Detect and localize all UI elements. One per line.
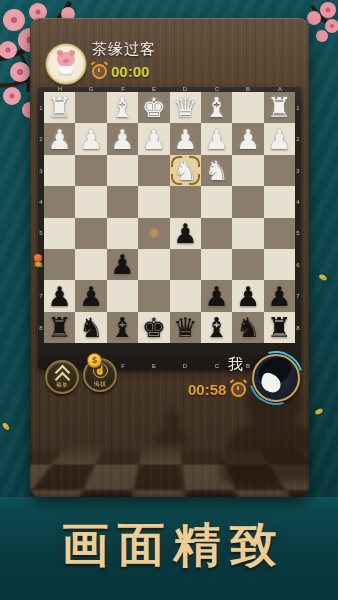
file-label-A: A [278,86,282,92]
rank-label-4: 4 [39,199,42,205]
square-f8[interactable]: ♝ [107,312,138,343]
menu-button[interactable]: 菜单 [45,360,79,394]
rank-label-2: 2 [39,136,42,142]
piece-white-queen-d1[interactable]: ♛ [170,92,201,123]
file-label-H: H [58,86,62,92]
square-h7[interactable]: ♟ [44,280,75,311]
rank-label-1: 1 [39,105,42,111]
square-g8[interactable]: ♞ [75,312,106,343]
square-h3[interactable] [44,155,75,186]
rank-label-1: 1 [296,105,299,111]
square-a1[interactable]: ♜ [264,92,295,123]
piece-white-pawn-g2[interactable]: ♟ [75,123,106,154]
square-c7[interactable]: ♟ [201,280,232,311]
square-f3[interactable] [107,155,138,186]
square-d6[interactable] [170,249,201,280]
rank-label-8: 8 [296,325,299,331]
square-d3-selected[interactable]: ♞ [170,155,201,186]
square-c1[interactable]: ♝ [201,92,232,123]
square-g5[interactable] [75,218,106,249]
square-e5[interactable] [138,218,169,249]
square-h6[interactable] [44,249,75,280]
rank-label-6: 6 [296,262,299,268]
piece-black-bishop-f8[interactable]: ♝ [107,312,138,343]
piece-white-pawn-b2[interactable]: ♟ [232,123,263,154]
square-b6[interactable] [232,249,263,280]
piece-white-pawn-a2[interactable]: ♟ [264,123,295,154]
piece-black-rook-h8[interactable]: ♜ [44,312,75,343]
square-f4[interactable] [107,186,138,217]
square-g3[interactable] [75,155,106,186]
piece-white-knight-c3[interactable]: ♞ [201,155,232,186]
square-b3[interactable] [232,155,263,186]
square-h4[interactable] [44,186,75,217]
square-a5[interactable] [264,218,295,249]
menu-button-label: 菜单 [56,381,68,387]
alarm-clock-icon [92,64,107,79]
phone-frame: ♟ ♟ 茶缘过客 00:00 ♜♝♚♛♝♜♟♟♟♟♟♟♟♟♞♞♟♟♟♟♟♟♟♜♞… [30,18,309,497]
piece-black-pawn-d5[interactable]: ♟ [170,218,201,249]
piece-white-pawn-d2[interactable]: ♟ [170,123,201,154]
square-c3[interactable]: ♞ [201,155,232,186]
board-grid: ♜♝♚♛♝♜♟♟♟♟♟♟♟♟♞♞♟♟♟♟♟♟♟♜♞♝♚♛♝♞♜ [44,92,295,343]
rank-label-7: 7 [296,293,299,299]
square-a3[interactable] [264,155,295,186]
square-g2[interactable]: ♟ [75,123,106,154]
file-label-E: E [152,86,156,92]
piece-black-king-e8[interactable]: ♚ [138,312,169,343]
piece-white-king-e1[interactable]: ♚ [138,92,169,123]
square-d2[interactable]: ♟ [170,123,201,154]
square-f6[interactable]: ♟ [107,249,138,280]
file-label-C: C [215,363,219,369]
piece-white-bishop-c1[interactable]: ♝ [201,92,232,123]
piece-black-pawn-a7[interactable]: ♟ [264,280,295,311]
square-h2[interactable]: ♟ [44,123,75,154]
square-c5[interactable] [201,218,232,249]
square-d7[interactable] [170,280,201,311]
chess-board: ♜♝♚♛♝♜♟♟♟♟♟♟♟♟♞♞♟♟♟♟♟♟♟♜♞♝♚♛♝♞♜ HHGGFFEE… [38,86,301,370]
rank-label-4: 4 [296,199,299,205]
square-d8[interactable]: ♛ [170,312,201,343]
square-c4[interactable] [201,186,232,217]
square-e6[interactable] [138,249,169,280]
pig-character [57,52,75,67]
ladybug-decoration [34,254,42,262]
square-e2[interactable]: ♟ [138,123,169,154]
square-d4[interactable] [170,186,201,217]
file-label-B: B [246,86,250,92]
square-b5[interactable] [232,218,263,249]
square-d1[interactable]: ♛ [170,92,201,123]
promo-caption: 画面精致 [0,514,338,577]
piece-black-pawn-b7[interactable]: ♟ [232,280,263,311]
square-g1[interactable] [75,92,106,123]
rank-label-8: 8 [39,325,42,331]
coin-cost-badge: $ [87,353,102,368]
file-label-F: F [121,363,125,369]
piece-black-pawn-f6[interactable]: ♟ [107,249,138,280]
file-label-E: E [152,363,156,369]
square-b1[interactable] [232,92,263,123]
anime-character [255,354,294,387]
square-a7[interactable]: ♟ [264,280,295,311]
square-a4[interactable] [264,186,295,217]
piece-black-knight-b8[interactable]: ♞ [232,312,263,343]
rank-label-3: 3 [296,168,299,174]
square-d5[interactable]: ♟ [170,218,201,249]
square-b8[interactable]: ♞ [232,312,263,343]
piece-white-pawn-f2[interactable]: ♟ [107,123,138,154]
square-f1[interactable]: ♝ [107,92,138,123]
square-f7[interactable] [107,280,138,311]
file-label-G: G [89,86,94,92]
rank-label-5: 5 [39,230,42,236]
square-e7[interactable] [138,280,169,311]
square-a8[interactable]: ♜ [264,312,295,343]
rank-label-5: 5 [296,230,299,236]
square-c6[interactable] [201,249,232,280]
file-label-D: D [183,363,187,369]
square-h1[interactable]: ♜ [44,92,75,123]
alarm-clock-icon [231,382,246,397]
opponent-name: 茶缘过客 [92,40,156,59]
piece-white-pawn-c2[interactable]: ♟ [201,123,232,154]
my-player-name: 我 [228,355,243,374]
square-a6[interactable] [264,249,295,280]
rank-label-2: 2 [296,136,299,142]
move-hint-dot[interactable] [148,228,159,239]
square-f5[interactable] [107,218,138,249]
piece-black-pawn-c7[interactable]: ♟ [201,280,232,311]
square-g7[interactable]: ♟ [75,280,106,311]
square-e4[interactable] [138,186,169,217]
square-c8[interactable]: ♝ [201,312,232,343]
file-label-D: D [183,86,187,92]
piece-white-rook-h1[interactable]: ♜ [44,92,75,123]
my-avatar[interactable] [252,354,300,402]
piece-white-knight-d3[interactable]: ♞ [170,155,201,186]
blurred-pawn-small: ♟ [148,400,196,454]
piece-white-pawn-h2[interactable]: ♟ [44,123,75,154]
opponent-timer: 00:00 [111,63,149,80]
opponent-avatar[interactable] [46,44,86,84]
file-label-C: C [215,86,219,92]
rank-label-3: 3 [39,168,42,174]
piece-white-pawn-e2[interactable]: ♟ [138,123,169,154]
square-b2[interactable]: ♟ [232,123,263,154]
piece-black-knight-g8[interactable]: ♞ [75,312,106,343]
piece-white-rook-a1[interactable]: ♜ [264,92,295,123]
rank-label-6: 6 [39,262,42,268]
square-h5[interactable] [44,218,75,249]
piece-black-pawn-g7[interactable]: ♟ [75,280,106,311]
square-e8[interactable]: ♚ [138,312,169,343]
square-f2[interactable]: ♟ [107,123,138,154]
square-e3[interactable] [138,155,169,186]
piece-white-bishop-f1[interactable]: ♝ [107,92,138,123]
file-label-F: F [121,86,125,92]
piece-black-rook-a8[interactable]: ♜ [264,312,295,343]
square-c2[interactable]: ♟ [201,123,232,154]
square-e1[interactable]: ♚ [138,92,169,123]
square-h8[interactable]: ♜ [44,312,75,343]
piece-black-bishop-c8[interactable]: ♝ [201,312,232,343]
square-g6[interactable] [75,249,106,280]
piece-black-queen-d8[interactable]: ♛ [170,312,201,343]
rank-label-7: 7 [39,293,42,299]
square-a2[interactable]: ♟ [264,123,295,154]
square-g4[interactable] [75,186,106,217]
my-timer: 00:58 [188,381,226,398]
square-b4[interactable] [232,186,263,217]
piece-black-pawn-h7[interactable]: ♟ [44,280,75,311]
square-b7[interactable]: ♟ [232,280,263,311]
undo-button-label: 悔棋 [94,381,106,387]
